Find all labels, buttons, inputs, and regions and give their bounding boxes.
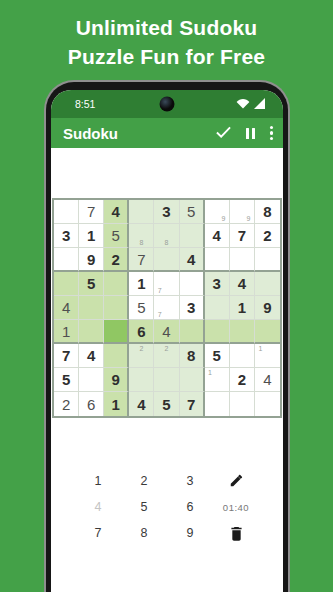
given-digit: 2 (238, 372, 246, 387)
promo-screenshot: Unlimited Sudoku Puzzle Fun for Free 8:5… (0, 0, 333, 592)
given-digit: 5 (162, 397, 170, 412)
cell-r4c4[interactable]: 1 (129, 272, 154, 296)
given-digit: 5 (213, 348, 221, 363)
entered-digit: 1 (62, 324, 70, 339)
cell-r6c4[interactable]: 6 (129, 320, 154, 344)
cell-r4c8[interactable]: 4 (230, 272, 255, 296)
given-digit: 5 (87, 276, 95, 291)
given-digit: 6 (137, 324, 145, 339)
given-digit: 8 (187, 348, 195, 363)
given-digit: 2 (263, 228, 271, 243)
key-9[interactable]: 9 (187, 526, 194, 540)
cell-r3c5[interactable] (154, 248, 179, 272)
cell-r5c8[interactable]: 1 (230, 296, 255, 320)
key-2[interactable]: 2 (141, 474, 148, 488)
given-digit: 1 (112, 397, 120, 412)
pencil-notes: 8 (131, 225, 151, 246)
cell-r2c3[interactable]: 5 (104, 224, 129, 248)
cell-r1c4[interactable] (129, 200, 154, 224)
cell-r1c9[interactable]: 8 (255, 200, 280, 224)
camera-icon (160, 97, 175, 112)
pencil-notes: 8 (156, 225, 176, 246)
entered-digit: 5 (112, 228, 120, 243)
cell-r1c5[interactable]: 3 (154, 200, 179, 224)
cell-r7c8[interactable] (230, 344, 255, 368)
cell-r6c5[interactable]: 4 (154, 320, 179, 344)
note-digit: 2 (138, 345, 145, 352)
given-digit: 5 (62, 372, 70, 387)
cell-r9c1[interactable]: 2 (54, 392, 79, 416)
given-digit: 1 (238, 300, 246, 315)
cell-r1c3[interactable]: 4 (104, 200, 129, 224)
cell-r7c5[interactable]: 2 (154, 344, 179, 368)
cell-r8c8[interactable]: 2 (230, 368, 255, 392)
status-time: 8:51 (75, 98, 95, 110)
key-5[interactable]: 5 (141, 500, 148, 514)
promo-heading: Unlimited Sudoku Puzzle Fun for Free (0, 13, 333, 71)
note-digit: 1 (207, 369, 214, 376)
key-6[interactable]: 6 (187, 500, 194, 514)
given-digit: 4 (187, 252, 195, 267)
cell-signal-icon (254, 95, 265, 113)
app-title: Sudoku (63, 125, 118, 142)
given-digit: 4 (137, 397, 145, 412)
cell-r9c6[interactable]: 7 (180, 392, 205, 416)
cell-r2c6[interactable] (180, 224, 205, 248)
cell-r9c2[interactable]: 6 (79, 392, 104, 416)
given-digit: 3 (213, 276, 221, 291)
pencil-notes: 2 (131, 345, 151, 366)
cell-r4c7[interactable]: 3 (205, 272, 230, 296)
promo-heading-line1: Unlimited Sudoku (0, 13, 333, 42)
given-digit: 1 (137, 276, 145, 291)
cell-r3c1[interactable] (54, 248, 79, 272)
cell-r3c7[interactable] (205, 248, 230, 272)
cell-r2c1[interactable]: 3 (54, 224, 79, 248)
cell-r4c2[interactable]: 5 (79, 272, 104, 296)
entered-digit: 5 (137, 300, 145, 315)
key-4[interactable]: 4 (95, 500, 102, 514)
pencil-notes: 9 (207, 201, 227, 222)
cell-r8c3[interactable]: 9 (104, 368, 129, 392)
cell-r6c8[interactable] (230, 320, 255, 344)
cell-r7c3[interactable] (104, 344, 129, 368)
cell-r7c7[interactable]: 5 (205, 344, 230, 368)
note-digit: 8 (138, 239, 145, 246)
pencil-notes: 1 (207, 369, 227, 390)
cell-r6c3[interactable] (104, 320, 129, 344)
cell-r3c3[interactable]: 2 (104, 248, 129, 272)
given-digit: 7 (238, 228, 246, 243)
given-digit: 9 (87, 252, 95, 267)
cell-r3c2[interactable]: 9 (79, 248, 104, 272)
given-digit: 4 (112, 204, 120, 219)
given-digit: 9 (263, 300, 271, 315)
cell-r1c6[interactable]: 5 (180, 200, 205, 224)
key-7[interactable]: 7 (95, 526, 102, 540)
cell-r2c9[interactable]: 2 (255, 224, 280, 248)
phone-screen: 8:51 Sudoku 7435998315884729274517344573… (51, 90, 283, 592)
cell-r6c9[interactable] (255, 320, 280, 344)
cell-r3c4[interactable]: 7 (129, 248, 154, 272)
key-3[interactable]: 3 (187, 474, 194, 488)
cell-r7c9[interactable]: 1 (255, 344, 280, 368)
cell-r8c9[interactable]: 4 (255, 368, 280, 392)
given-digit: 8 (263, 204, 271, 219)
overflow-menu-icon[interactable] (270, 126, 273, 141)
cell-r4c6[interactable] (180, 272, 205, 296)
cell-r6c2[interactable] (79, 320, 104, 344)
app-bar: Sudoku (51, 118, 283, 148)
note-digit: 9 (220, 215, 227, 222)
given-digit: 2 (112, 252, 120, 267)
check-icon[interactable] (216, 124, 231, 142)
cell-r8c4[interactable] (129, 368, 154, 392)
cell-r8c2[interactable] (79, 368, 104, 392)
note-digit: 7 (156, 311, 163, 318)
entered-digit: 5 (187, 204, 195, 219)
given-digit: 9 (112, 372, 120, 387)
given-digit: 7 (62, 348, 70, 363)
status-bar: 8:51 (51, 90, 283, 118)
pencil-notes: 7 (156, 273, 176, 294)
cell-r3c8[interactable] (230, 248, 255, 272)
note-digit: 2 (163, 345, 170, 352)
cell-r2c7[interactable]: 4 (205, 224, 230, 248)
cell-r9c7[interactable] (205, 392, 230, 416)
cell-r1c7[interactable]: 9 (205, 200, 230, 224)
entered-digit: 2 (62, 397, 70, 412)
given-digit: 3 (62, 228, 70, 243)
cell-r6c7[interactable] (205, 320, 230, 344)
given-digit: 3 (162, 204, 170, 219)
cell-r9c3[interactable]: 1 (104, 392, 129, 416)
cell-r5c2[interactable] (79, 296, 104, 320)
cell-r7c1[interactable]: 7 (54, 344, 79, 368)
cell-r7c2[interactable]: 4 (79, 344, 104, 368)
cell-r9c8[interactable] (230, 392, 255, 416)
pencil-notes: 1 (257, 345, 278, 366)
cell-r9c4[interactable]: 4 (129, 392, 154, 416)
cell-r4c9[interactable] (255, 272, 280, 296)
cell-r3c6[interactable]: 4 (180, 248, 205, 272)
pencil-notes: 2 (156, 345, 176, 366)
given-digit: 4 (238, 276, 246, 291)
cell-r4c1[interactable] (54, 272, 79, 296)
given-digit: 4 (87, 348, 95, 363)
status-icons (236, 95, 265, 113)
cell-r9c5[interactable]: 5 (154, 392, 179, 416)
cell-r8c7[interactable]: 1 (205, 368, 230, 392)
cell-r5c4[interactable]: 5 (129, 296, 154, 320)
given-digit: 1 (87, 228, 95, 243)
note-digit: 8 (163, 239, 170, 246)
given-digit: 7 (187, 397, 195, 412)
pencil-notes: 9 (232, 201, 252, 222)
cell-r5c7[interactable] (205, 296, 230, 320)
cell-r7c6[interactable]: 8 (180, 344, 205, 368)
cell-r3c9[interactable] (255, 248, 280, 272)
key-1[interactable]: 1 (95, 474, 102, 488)
cell-r6c1[interactable]: 1 (54, 320, 79, 344)
cell-r5c1[interactable]: 4 (54, 296, 79, 320)
cell-r7c4[interactable]: 2 (129, 344, 154, 368)
entered-digit: 7 (137, 252, 145, 267)
cell-r6c6[interactable] (180, 320, 205, 344)
key-8[interactable]: 8 (141, 526, 148, 540)
cell-r9c9[interactable] (255, 392, 280, 416)
cell-r5c3[interactable] (104, 296, 129, 320)
number-pad: 12345601:40789 (75, 468, 259, 546)
cell-r1c8[interactable]: 9 (230, 200, 255, 224)
cell-r4c5[interactable]: 7 (154, 272, 179, 296)
phone-frame: 8:51 Sudoku 7435998315884729274517344573… (44, 80, 290, 592)
cell-r1c2[interactable]: 7 (79, 200, 104, 224)
entered-digit: 4 (263, 372, 271, 387)
sudoku-board: 7435998315884729274517344573191647422851… (52, 198, 282, 418)
cell-r8c5[interactable] (154, 368, 179, 392)
note-digit: 1 (257, 345, 264, 352)
cell-r2c5[interactable]: 8 (154, 224, 179, 248)
cell-r4c3[interactable] (104, 272, 129, 296)
note-digit: 7 (156, 287, 163, 294)
cell-r8c6[interactable] (180, 368, 205, 392)
cell-r5c9[interactable]: 9 (255, 296, 280, 320)
pencil-icon[interactable] (229, 474, 243, 488)
given-digit: 4 (213, 228, 221, 243)
entered-digit: 4 (62, 300, 70, 315)
cell-r2c4[interactable]: 8 (129, 224, 154, 248)
cell-r8c1[interactable]: 5 (54, 368, 79, 392)
given-digit: 3 (187, 300, 195, 315)
wifi-icon (236, 95, 250, 113)
cell-r2c8[interactable]: 7 (230, 224, 255, 248)
pause-icon[interactable] (246, 128, 255, 139)
cell-r2c2[interactable]: 1 (79, 224, 104, 248)
entered-digit: 4 (162, 324, 170, 339)
promo-heading-line2: Puzzle Fun for Free (0, 42, 333, 71)
note-digit: 9 (245, 215, 252, 222)
cell-r5c5[interactable]: 7 (154, 296, 179, 320)
trash-icon[interactable] (230, 526, 243, 541)
cell-r5c6[interactable]: 3 (180, 296, 205, 320)
entered-digit: 6 (87, 397, 95, 412)
cell-r1c1[interactable] (54, 200, 79, 224)
timer: 01:40 (223, 502, 249, 513)
entered-digit: 7 (87, 204, 95, 219)
pencil-notes: 7 (156, 297, 176, 318)
